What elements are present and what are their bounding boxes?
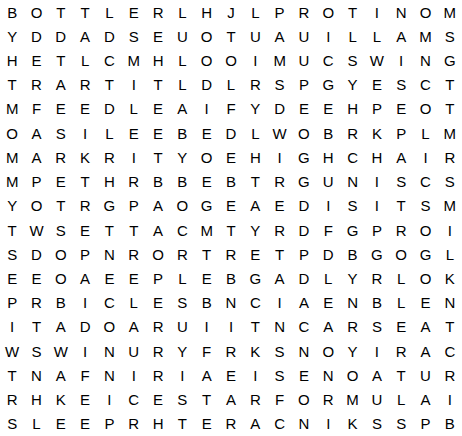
grid-cell[interactable]: C	[340, 145, 364, 169]
grid-cell[interactable]: T	[97, 73, 121, 97]
grid-cell[interactable]: Y	[340, 339, 364, 363]
grid-cell[interactable]: D	[292, 194, 316, 218]
grid-cell[interactable]: M	[195, 218, 219, 242]
grid-cell[interactable]: U	[413, 363, 437, 387]
grid-cell[interactable]: S	[340, 194, 364, 218]
grid-cell[interactable]: C	[170, 218, 194, 242]
grid-cell[interactable]: T	[219, 24, 243, 48]
grid-cell[interactable]: T	[389, 363, 413, 387]
grid-cell[interactable]: R	[316, 388, 340, 412]
grid-cell[interactable]: R	[122, 170, 146, 194]
grid-cell[interactable]: L	[243, 121, 267, 145]
grid-cell[interactable]: E	[316, 97, 340, 121]
grid-cell[interactable]: B	[146, 170, 170, 194]
grid-cell[interactable]: T	[49, 194, 73, 218]
grid-cell[interactable]: P	[292, 242, 316, 266]
grid-cell[interactable]: E	[0, 266, 24, 290]
grid-cell[interactable]: T	[243, 170, 267, 194]
grid-cell[interactable]: O	[49, 242, 73, 266]
grid-cell[interactable]: D	[49, 24, 73, 48]
grid-cell[interactable]: C	[316, 48, 340, 72]
grid-cell[interactable]: S	[170, 291, 194, 315]
grid-cell[interactable]: T	[146, 73, 170, 97]
grid-cell[interactable]: M	[438, 0, 462, 24]
grid-cell[interactable]: L	[122, 97, 146, 121]
grid-cell[interactable]: S	[0, 412, 24, 436]
grid-cell[interactable]: A	[146, 218, 170, 242]
grid-cell[interactable]: E	[413, 291, 437, 315]
grid-cell[interactable]: E	[122, 121, 146, 145]
grid-cell[interactable]: L	[122, 291, 146, 315]
grid-cell[interactable]: F	[219, 97, 243, 121]
grid-cell[interactable]: A	[195, 363, 219, 387]
grid-cell[interactable]: H	[365, 145, 389, 169]
grid-cell[interactable]: R	[389, 218, 413, 242]
grid-cell[interactable]: S	[0, 242, 24, 266]
grid-cell[interactable]: D	[73, 315, 97, 339]
grid-cell[interactable]: I	[365, 339, 389, 363]
grid-cell[interactable]: Y	[243, 218, 267, 242]
grid-cell[interactable]: I	[316, 24, 340, 48]
grid-cell[interactable]: A	[389, 145, 413, 169]
grid-cell[interactable]: E	[389, 315, 413, 339]
grid-cell[interactable]: Y	[0, 194, 24, 218]
grid-cell[interactable]: C	[97, 291, 121, 315]
grid-cell[interactable]: E	[195, 170, 219, 194]
grid-cell[interactable]: M	[0, 97, 24, 121]
grid-cell[interactable]: A	[413, 339, 437, 363]
grid-cell[interactable]: T	[243, 315, 267, 339]
grid-cell[interactable]: D	[97, 24, 121, 48]
grid-cell[interactable]: H	[340, 97, 364, 121]
grid-cell[interactable]: R	[219, 339, 243, 363]
grid-cell[interactable]: E	[73, 218, 97, 242]
grid-cell[interactable]: E	[73, 412, 97, 436]
grid-cell[interactable]: E	[195, 266, 219, 290]
grid-cell[interactable]: I	[170, 363, 194, 387]
grid-cell[interactable]: K	[438, 266, 462, 290]
grid-cell[interactable]: P	[146, 266, 170, 290]
grid-cell[interactable]: S	[413, 194, 437, 218]
grid-cell[interactable]: S	[24, 339, 48, 363]
grid-cell[interactable]: I	[365, 0, 389, 24]
grid-cell[interactable]: Y	[0, 24, 24, 48]
grid-cell[interactable]: S	[49, 121, 73, 145]
grid-cell[interactable]: P	[365, 218, 389, 242]
grid-cell[interactable]: R	[170, 242, 194, 266]
grid-cell[interactable]: R	[438, 363, 462, 387]
grid-cell[interactable]: A	[73, 266, 97, 290]
grid-cell[interactable]: N	[292, 339, 316, 363]
grid-cell[interactable]: E	[195, 121, 219, 145]
grid-cell[interactable]: O	[24, 0, 48, 24]
grid-cell[interactable]: N	[292, 412, 316, 436]
grid-cell[interactable]: D	[97, 97, 121, 121]
grid-cell[interactable]: O	[195, 24, 219, 48]
grid-cell[interactable]: R	[292, 0, 316, 24]
grid-cell[interactable]: N	[267, 315, 291, 339]
grid-cell[interactable]: P	[24, 170, 48, 194]
grid-cell[interactable]: L	[389, 388, 413, 412]
grid-cell[interactable]: Y	[340, 266, 364, 290]
grid-cell[interactable]: P	[267, 0, 291, 24]
grid-cell[interactable]: L	[219, 73, 243, 97]
grid-cell[interactable]: D	[24, 242, 48, 266]
grid-cell[interactable]: P	[122, 194, 146, 218]
grid-cell[interactable]: E	[146, 97, 170, 121]
grid-cell[interactable]: P	[73, 242, 97, 266]
grid-cell[interactable]: R	[146, 363, 170, 387]
grid-cell[interactable]: L	[170, 266, 194, 290]
grid-cell[interactable]: N	[97, 339, 121, 363]
grid-cell[interactable]: R	[24, 291, 48, 315]
grid-cell[interactable]: S	[49, 218, 73, 242]
grid-cell[interactable]: N	[413, 48, 437, 72]
grid-cell[interactable]: N	[219, 291, 243, 315]
grid-cell[interactable]: N	[340, 170, 364, 194]
grid-cell[interactable]: S	[438, 24, 462, 48]
grid-cell[interactable]: A	[170, 97, 194, 121]
grid-cell[interactable]: A	[267, 266, 291, 290]
grid-cell[interactable]: A	[267, 24, 291, 48]
grid-cell[interactable]: L	[97, 121, 121, 145]
grid-cell[interactable]: O	[97, 315, 121, 339]
grid-cell[interactable]: I	[73, 121, 97, 145]
grid-cell[interactable]: I	[243, 363, 267, 387]
grid-cell[interactable]: E	[219, 363, 243, 387]
grid-cell[interactable]: W	[24, 218, 48, 242]
grid-cell[interactable]: E	[73, 97, 97, 121]
grid-cell[interactable]: H	[146, 48, 170, 72]
grid-cell[interactable]: O	[389, 242, 413, 266]
grid-cell[interactable]: K	[243, 339, 267, 363]
grid-cell[interactable]: F	[267, 388, 291, 412]
grid-cell[interactable]: B	[0, 0, 24, 24]
grid-cell[interactable]: W	[365, 48, 389, 72]
grid-cell[interactable]: S	[365, 315, 389, 339]
grid-cell[interactable]: A	[243, 194, 267, 218]
grid-cell[interactable]: I	[243, 48, 267, 72]
grid-cell[interactable]: E	[219, 194, 243, 218]
grid-cell[interactable]: O	[292, 121, 316, 145]
grid-cell[interactable]: P	[389, 121, 413, 145]
grid-cell[interactable]: G	[292, 145, 316, 169]
grid-cell[interactable]: L	[365, 24, 389, 48]
grid-cell[interactable]: F	[73, 363, 97, 387]
grid-cell[interactable]: R	[365, 266, 389, 290]
grid-cell[interactable]: R	[389, 339, 413, 363]
grid-cell[interactable]: I	[365, 170, 389, 194]
grid-cell[interactable]: T	[146, 145, 170, 169]
grid-cell[interactable]: P	[97, 412, 121, 436]
grid-cell[interactable]: R	[267, 218, 291, 242]
grid-cell[interactable]: B	[365, 291, 389, 315]
grid-cell[interactable]: L	[389, 291, 413, 315]
grid-cell[interactable]: A	[122, 315, 146, 339]
grid-cell[interactable]: F	[195, 339, 219, 363]
grid-cell[interactable]: T	[122, 218, 146, 242]
grid-cell[interactable]: P	[365, 97, 389, 121]
grid-cell[interactable]: B	[438, 412, 462, 436]
grid-cell[interactable]: Y	[243, 97, 267, 121]
grid-cell[interactable]: M	[438, 121, 462, 145]
grid-cell[interactable]: O	[195, 145, 219, 169]
grid-cell[interactable]: Y	[170, 339, 194, 363]
grid-cell[interactable]: T	[0, 73, 24, 97]
grid-cell[interactable]: L	[413, 121, 437, 145]
grid-cell[interactable]: D	[292, 218, 316, 242]
grid-cell[interactable]: D	[24, 24, 48, 48]
grid-cell[interactable]: U	[122, 339, 146, 363]
grid-cell[interactable]: B	[340, 242, 364, 266]
grid-cell[interactable]: R	[146, 315, 170, 339]
grid-cell[interactable]: S	[340, 48, 364, 72]
grid-cell[interactable]: S	[389, 73, 413, 97]
grid-cell[interactable]: E	[292, 363, 316, 387]
grid-cell[interactable]: N	[24, 363, 48, 387]
grid-cell[interactable]: G	[243, 266, 267, 290]
grid-cell[interactable]: A	[49, 315, 73, 339]
grid-cell[interactable]: I	[122, 145, 146, 169]
grid-cell[interactable]: T	[438, 315, 462, 339]
grid-cell[interactable]: G	[413, 242, 437, 266]
grid-cell[interactable]: H	[195, 0, 219, 24]
grid-cell[interactable]: R	[146, 339, 170, 363]
grid-cell[interactable]: C	[267, 412, 291, 436]
grid-cell[interactable]: E	[219, 145, 243, 169]
grid-cell[interactable]: K	[340, 412, 364, 436]
grid-cell[interactable]: N	[340, 291, 364, 315]
grid-cell[interactable]: T	[267, 242, 291, 266]
grid-cell[interactable]: D	[316, 242, 340, 266]
grid-cell[interactable]: I	[195, 97, 219, 121]
grid-cell[interactable]: O	[49, 266, 73, 290]
grid-cell[interactable]: H	[243, 145, 267, 169]
grid-cell[interactable]: M	[267, 48, 291, 72]
grid-cell[interactable]: O	[146, 242, 170, 266]
grid-cell[interactable]: D	[219, 121, 243, 145]
grid-cell[interactable]: B	[195, 291, 219, 315]
grid-cell[interactable]: L	[97, 0, 121, 24]
grid-cell[interactable]: L	[340, 24, 364, 48]
grid-cell[interactable]: A	[146, 194, 170, 218]
grid-cell[interactable]: R	[73, 73, 97, 97]
grid-cell[interactable]: I	[122, 363, 146, 387]
grid-cell[interactable]: G	[195, 194, 219, 218]
grid-cell[interactable]: T	[0, 218, 24, 242]
grid-cell[interactable]: T	[24, 315, 48, 339]
grid-cell[interactable]: B	[316, 121, 340, 145]
grid-cell[interactable]: K	[365, 121, 389, 145]
grid-cell[interactable]: B	[170, 170, 194, 194]
grid-cell[interactable]: O	[413, 218, 437, 242]
grid-cell[interactable]: M	[0, 170, 24, 194]
grid-cell[interactable]: M	[340, 388, 364, 412]
grid-cell[interactable]: E	[24, 48, 48, 72]
grid-cell[interactable]: B	[219, 266, 243, 290]
grid-cell[interactable]: N	[97, 242, 121, 266]
grid-cell[interactable]: A	[243, 412, 267, 436]
grid-cell[interactable]: W	[0, 339, 24, 363]
grid-cell[interactable]: O	[413, 97, 437, 121]
grid-cell[interactable]: I	[73, 339, 97, 363]
grid-cell[interactable]: J	[219, 0, 243, 24]
grid-cell[interactable]: E	[292, 97, 316, 121]
grid-cell[interactable]: L	[438, 242, 462, 266]
grid-cell[interactable]: L	[170, 73, 194, 97]
grid-cell[interactable]: R	[0, 388, 24, 412]
grid-cell[interactable]: D	[267, 97, 291, 121]
grid-cell[interactable]: A	[389, 24, 413, 48]
grid-cell[interactable]: E	[389, 97, 413, 121]
grid-cell[interactable]: S	[389, 170, 413, 194]
grid-cell[interactable]: E	[122, 266, 146, 290]
grid-cell[interactable]: O	[316, 339, 340, 363]
grid-cell[interactable]: C	[122, 388, 146, 412]
grid-cell[interactable]: F	[24, 97, 48, 121]
grid-cell[interactable]: R	[122, 412, 146, 436]
grid-cell[interactable]: T	[0, 363, 24, 387]
grid-cell[interactable]: G	[97, 194, 121, 218]
grid-cell[interactable]: E	[316, 291, 340, 315]
grid-cell[interactable]: O	[340, 363, 364, 387]
grid-cell[interactable]: E	[122, 0, 146, 24]
grid-cell[interactable]: P	[292, 73, 316, 97]
grid-cell[interactable]: H	[146, 412, 170, 436]
grid-cell[interactable]: U	[292, 48, 316, 72]
grid-cell[interactable]: N	[389, 0, 413, 24]
grid-cell[interactable]: R	[24, 73, 48, 97]
grid-cell[interactable]: U	[292, 24, 316, 48]
grid-cell[interactable]: R	[219, 242, 243, 266]
grid-cell[interactable]: U	[365, 388, 389, 412]
grid-cell[interactable]: A	[219, 388, 243, 412]
grid-cell[interactable]: G	[316, 73, 340, 97]
grid-cell[interactable]: L	[243, 0, 267, 24]
grid-cell[interactable]: I	[195, 315, 219, 339]
grid-cell[interactable]: M	[413, 24, 437, 48]
grid-cell[interactable]: D	[195, 73, 219, 97]
grid-cell[interactable]: C	[438, 339, 462, 363]
grid-cell[interactable]: R	[438, 145, 462, 169]
grid-cell[interactable]: L	[316, 266, 340, 290]
grid-cell[interactable]: T	[97, 218, 121, 242]
grid-cell[interactable]: A	[49, 73, 73, 97]
grid-cell[interactable]: U	[170, 24, 194, 48]
grid-cell[interactable]: I	[267, 291, 291, 315]
grid-cell[interactable]: E	[49, 412, 73, 436]
grid-cell[interactable]: H	[316, 145, 340, 169]
grid-cell[interactable]: E	[24, 266, 48, 290]
grid-cell[interactable]: T	[219, 218, 243, 242]
grid-cell[interactable]: O	[24, 194, 48, 218]
grid-cell[interactable]: I	[122, 73, 146, 97]
grid-cell[interactable]: Y	[340, 73, 364, 97]
grid-cell[interactable]: H	[97, 170, 121, 194]
grid-cell[interactable]: I	[389, 48, 413, 72]
grid-cell[interactable]: A	[365, 363, 389, 387]
grid-cell[interactable]: A	[24, 121, 48, 145]
grid-cell[interactable]: N	[438, 291, 462, 315]
grid-cell[interactable]: E	[146, 24, 170, 48]
grid-cell[interactable]: N	[97, 363, 121, 387]
grid-cell[interactable]: B	[219, 170, 243, 194]
grid-cell[interactable]: G	[340, 218, 364, 242]
grid-cell[interactable]: S	[267, 73, 291, 97]
grid-cell[interactable]: R	[97, 145, 121, 169]
grid-cell[interactable]: I	[413, 145, 437, 169]
grid-cell[interactable]: R	[340, 315, 364, 339]
grid-cell[interactable]: I	[438, 388, 462, 412]
grid-cell[interactable]: A	[73, 24, 97, 48]
grid-cell[interactable]: R	[49, 145, 73, 169]
grid-cell[interactable]: U	[316, 170, 340, 194]
grid-cell[interactable]: T	[195, 242, 219, 266]
grid-cell[interactable]: M	[0, 145, 24, 169]
grid-cell[interactable]: S	[170, 388, 194, 412]
grid-cell[interactable]: U	[243, 24, 267, 48]
grid-cell[interactable]: A	[24, 145, 48, 169]
grid-cell[interactable]: O	[413, 0, 437, 24]
grid-cell[interactable]: E	[146, 388, 170, 412]
grid-cell[interactable]: K	[73, 145, 97, 169]
grid-cell[interactable]: S	[438, 170, 462, 194]
grid-cell[interactable]: T	[340, 0, 364, 24]
grid-cell[interactable]: E	[146, 291, 170, 315]
grid-cell[interactable]: M	[122, 48, 146, 72]
grid-cell[interactable]: S	[267, 339, 291, 363]
grid-cell[interactable]: G	[292, 170, 316, 194]
grid-cell[interactable]: R	[267, 170, 291, 194]
grid-cell[interactable]: F	[316, 218, 340, 242]
grid-cell[interactable]: M	[438, 194, 462, 218]
grid-cell[interactable]: L	[170, 0, 194, 24]
grid-cell[interactable]: O	[413, 266, 437, 290]
grid-cell[interactable]: C	[243, 291, 267, 315]
grid-cell[interactable]: R	[340, 121, 364, 145]
grid-cell[interactable]: N	[316, 363, 340, 387]
grid-cell[interactable]: O	[316, 0, 340, 24]
grid-cell[interactable]: P	[413, 412, 437, 436]
grid-cell[interactable]: L	[73, 48, 97, 72]
grid-cell[interactable]: T	[195, 388, 219, 412]
grid-cell[interactable]: R	[122, 242, 146, 266]
grid-cell[interactable]: R	[243, 73, 267, 97]
grid-cell[interactable]: S	[122, 24, 146, 48]
grid-cell[interactable]: T	[73, 170, 97, 194]
grid-cell[interactable]: L	[389, 266, 413, 290]
grid-cell[interactable]: L	[24, 412, 48, 436]
grid-cell[interactable]: H	[0, 48, 24, 72]
grid-cell[interactable]: R	[73, 194, 97, 218]
grid-cell[interactable]: K	[49, 388, 73, 412]
grid-cell[interactable]: H	[24, 388, 48, 412]
grid-cell[interactable]: G	[365, 242, 389, 266]
grid-cell[interactable]: R	[219, 412, 243, 436]
grid-cell[interactable]: I	[365, 194, 389, 218]
grid-cell[interactable]: T	[49, 0, 73, 24]
grid-cell[interactable]: D	[292, 266, 316, 290]
grid-cell[interactable]: R	[146, 0, 170, 24]
grid-cell[interactable]: P	[0, 291, 24, 315]
grid-cell[interactable]: E	[267, 194, 291, 218]
grid-cell[interactable]: E	[243, 242, 267, 266]
grid-cell[interactable]: O	[292, 388, 316, 412]
grid-cell[interactable]: E	[97, 266, 121, 290]
grid-cell[interactable]: I	[219, 315, 243, 339]
grid-cell[interactable]: T	[170, 412, 194, 436]
grid-cell[interactable]: O	[170, 194, 194, 218]
